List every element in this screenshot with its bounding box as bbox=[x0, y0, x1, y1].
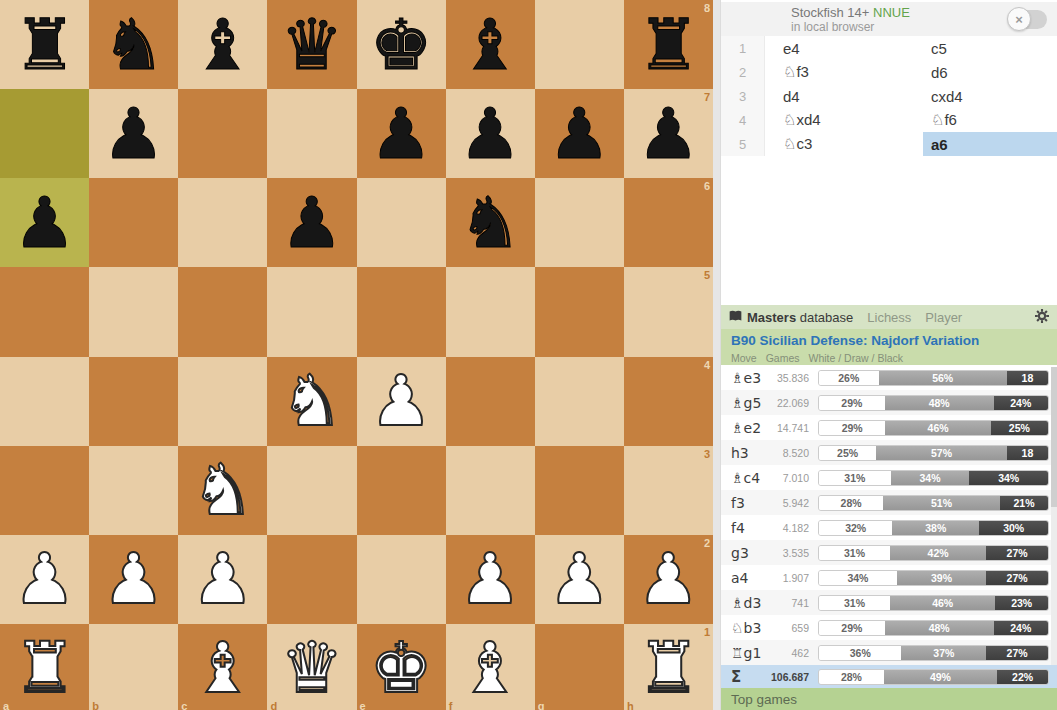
gear-icon bbox=[1035, 309, 1049, 326]
square-a2[interactable]: ♟ bbox=[0, 535, 89, 624]
draw-percent: 34% bbox=[891, 471, 970, 485]
wdb-bar: 31%42%27% bbox=[818, 545, 1049, 561]
white-percent: 34% bbox=[819, 571, 897, 585]
explorer-move-label: ♖g1 bbox=[731, 645, 769, 661]
eval-gauge bbox=[713, 0, 721, 710]
square-f3[interactable] bbox=[446, 446, 535, 535]
white-percent: 28% bbox=[819, 496, 883, 510]
square-h2[interactable]: ♟2 bbox=[624, 535, 713, 624]
square-e6[interactable] bbox=[357, 178, 446, 267]
white-percent: 31% bbox=[819, 471, 891, 485]
draw-percent: 56% bbox=[879, 371, 1007, 385]
square-b3[interactable] bbox=[89, 446, 178, 535]
black-pawn-f7[interactable]: ♟ bbox=[446, 89, 535, 178]
square-d8[interactable]: ♛ bbox=[267, 0, 356, 89]
black-pawn-b7[interactable]: ♟ bbox=[89, 89, 178, 178]
square-d6[interactable]: ♟ bbox=[267, 178, 356, 267]
move-black-4[interactable]: ♘f6 bbox=[923, 108, 1057, 132]
draw-percent: 57% bbox=[876, 446, 1007, 460]
move-number-4: 4 bbox=[721, 108, 765, 132]
move-number-5: 5 bbox=[721, 132, 765, 156]
explorer-games-count: 7.010 bbox=[769, 472, 809, 484]
white-pawn-a2[interactable]: ♟ bbox=[0, 535, 89, 624]
file-label-e: e bbox=[360, 700, 366, 710]
square-h8[interactable]: ♜8 bbox=[624, 0, 713, 89]
explorer-games-count: 106.687 bbox=[769, 671, 809, 683]
draw-percent: 51% bbox=[883, 496, 1000, 510]
engine-nnue-badge: NNUE bbox=[873, 5, 910, 20]
white-queen-d1[interactable]: ♛ bbox=[267, 624, 356, 710]
explorer-move-label: f4 bbox=[731, 520, 769, 536]
white-bishop-c1[interactable]: ♝ bbox=[178, 624, 267, 710]
rank-label-3: 3 bbox=[704, 448, 710, 460]
explorer-games-count: 22.069 bbox=[769, 397, 809, 409]
black-percent: 27% bbox=[986, 571, 1048, 585]
square-b2[interactable]: ♟ bbox=[89, 535, 178, 624]
move-black-1[interactable]: c5 bbox=[923, 36, 1057, 60]
square-e2[interactable] bbox=[357, 535, 446, 624]
rank-label-2: 2 bbox=[704, 537, 710, 549]
explorer-row-a4[interactable]: a41.90734%39%27% bbox=[721, 565, 1057, 590]
square-d3[interactable] bbox=[267, 446, 356, 535]
rank-label-8: 8 bbox=[704, 2, 710, 14]
explorer-row-e3[interactable]: ♗e335.83626%56%18 bbox=[721, 365, 1057, 390]
black-percent: 21% bbox=[1000, 496, 1048, 510]
explorer-row-f3[interactable]: f35.94228%51%21% bbox=[721, 490, 1057, 515]
opening-explorer: Masters database Lichess Player B90 Sici… bbox=[721, 305, 1057, 710]
explorer-move-table: ♗e335.83626%56%18♗g522.06929%48%24%♗e214… bbox=[721, 365, 1057, 688]
square-e3[interactable] bbox=[357, 446, 446, 535]
opening-name: B90 Sicilian Defense: Najdorf Variation bbox=[721, 329, 1057, 351]
black-pawn-d6[interactable]: ♟ bbox=[267, 178, 356, 267]
square-d2[interactable] bbox=[267, 535, 356, 624]
white-pawn-h2[interactable]: ♟ bbox=[624, 535, 713, 624]
square-f2[interactable]: ♟ bbox=[446, 535, 535, 624]
black-percent: 30% bbox=[979, 521, 1048, 535]
white-pawn-c2[interactable]: ♟ bbox=[178, 535, 267, 624]
square-g2[interactable]: ♟ bbox=[535, 535, 624, 624]
square-c1[interactable]: ♝c bbox=[178, 624, 267, 710]
explorer-total-row[interactable]: Σ106.68728%49%22% bbox=[721, 665, 1057, 688]
explorer-move-label: ♗e3 bbox=[731, 370, 769, 386]
square-h7[interactable]: ♟7 bbox=[624, 89, 713, 178]
black-king-e8[interactable]: ♚ bbox=[357, 0, 446, 89]
square-b8[interactable]: ♞ bbox=[89, 0, 178, 89]
square-h4[interactable]: 4 bbox=[624, 357, 713, 446]
white-rook-h1[interactable]: ♜ bbox=[624, 624, 713, 710]
explorer-games-count: 5.942 bbox=[769, 497, 809, 509]
tab-masters-label: Masters bbox=[747, 310, 796, 325]
white-pawn-f2[interactable]: ♟ bbox=[446, 535, 535, 624]
square-b5[interactable] bbox=[89, 267, 178, 356]
black-pawn-g7[interactable]: ♟ bbox=[535, 89, 624, 178]
square-a1[interactable]: ♜a bbox=[0, 624, 89, 710]
black-queen-d8[interactable]: ♛ bbox=[267, 0, 356, 89]
move-white-5[interactable]: ♘c3 bbox=[765, 132, 923, 156]
tab-database-label: database bbox=[800, 310, 854, 325]
explorer-games-count: 3.535 bbox=[769, 547, 809, 559]
wdb-bar: 32%38%30% bbox=[818, 520, 1049, 536]
tab-lichess[interactable]: Lichess bbox=[867, 310, 911, 325]
square-g5[interactable] bbox=[535, 267, 624, 356]
white-percent: 29% bbox=[819, 396, 885, 410]
tab-masters-database[interactable]: Masters database bbox=[729, 310, 853, 325]
explorer-games-count: 741 bbox=[769, 597, 809, 609]
square-a7[interactable] bbox=[0, 89, 89, 178]
file-label-d: d bbox=[270, 700, 277, 710]
wdb-bar: 29%48%24% bbox=[818, 620, 1049, 636]
explorer-move-label: ♗d3 bbox=[731, 595, 769, 611]
black-percent: 18 bbox=[1007, 446, 1048, 460]
square-g7[interactable]: ♟ bbox=[535, 89, 624, 178]
wdb-bar: 36%37%27% bbox=[818, 645, 1049, 661]
explorer-move-label: f3 bbox=[731, 495, 769, 511]
explorer-games-count: 35.836 bbox=[769, 372, 809, 384]
col-wdb: White / Draw / Black bbox=[809, 352, 904, 364]
move-row-2: 2♘f3d6 bbox=[721, 60, 1057, 84]
chess-board: ♜♞♝♛♚♝♜8♟♟♟♟♟7♟♟♞65♞♟4♞3♟♟♟♟♟♟2♜ab♝c♛d♚e… bbox=[0, 0, 713, 710]
black-rook-a8[interactable]: ♜ bbox=[0, 0, 89, 89]
explorer-move-label: ♗e2 bbox=[731, 420, 769, 436]
sidebar-content: Stockfish 14+ NNUE in local browser × 1e… bbox=[721, 0, 1057, 710]
white-pawn-b2[interactable]: ♟ bbox=[89, 535, 178, 624]
square-a5[interactable] bbox=[0, 267, 89, 356]
wdb-bar: 34%39%27% bbox=[818, 570, 1049, 586]
explorer-move-label: ♗g5 bbox=[731, 395, 769, 411]
square-g6[interactable] bbox=[535, 178, 624, 267]
black-pawn-a6[interactable]: ♟ bbox=[0, 178, 89, 267]
move-list: 1e4c52♘f3d63d4cxd44♘xd4♘f65♘c3a6 bbox=[721, 36, 1057, 156]
explorer-row-d3[interactable]: ♗d374131%46%23% bbox=[721, 590, 1057, 615]
engine-name: Stockfish 14+ bbox=[791, 5, 869, 20]
explorer-move-label: ♗c4 bbox=[731, 470, 769, 486]
explorer-games-count: 8.520 bbox=[769, 447, 809, 459]
square-e5[interactable] bbox=[357, 267, 446, 356]
wdb-bar: 28%51%21% bbox=[818, 495, 1049, 511]
rank-label-1: 1 bbox=[704, 626, 710, 638]
draw-percent: 49% bbox=[884, 670, 997, 684]
black-rook-h8[interactable]: ♜ bbox=[624, 0, 713, 89]
move-black-3[interactable]: cxd4 bbox=[923, 84, 1057, 108]
square-h5[interactable]: 5 bbox=[624, 267, 713, 356]
square-e4[interactable]: ♟ bbox=[357, 357, 446, 446]
explorer-games-count: 1.907 bbox=[769, 572, 809, 584]
white-pawn-g2[interactable]: ♟ bbox=[535, 535, 624, 624]
square-f8[interactable]: ♝ bbox=[446, 0, 535, 89]
white-percent: 28% bbox=[819, 670, 884, 684]
move-black-5-current[interactable]: a6 bbox=[923, 132, 1057, 156]
black-percent: 24% bbox=[994, 621, 1048, 635]
square-g3[interactable] bbox=[535, 446, 624, 535]
col-move: Move bbox=[731, 352, 757, 364]
move-white-4[interactable]: ♘xd4 bbox=[765, 108, 923, 132]
analysis-page: ♜♞♝♛♚♝♜8♟♟♟♟♟7♟♟♞65♞♟4♞3♟♟♟♟♟♟2♜ab♝c♛d♚e… bbox=[0, 0, 1057, 710]
white-pawn-e4[interactable]: ♟ bbox=[357, 357, 446, 446]
file-label-a: a bbox=[3, 700, 9, 710]
wdb-bar: 31%34%34% bbox=[818, 470, 1049, 486]
black-pawn-h7[interactable]: ♟ bbox=[624, 89, 713, 178]
explorer-row-b3[interactable]: ♘b365929%48%24% bbox=[721, 615, 1057, 640]
explorer-move-label: g3 bbox=[731, 545, 769, 561]
square-a6[interactable]: ♟ bbox=[0, 178, 89, 267]
explorer-tabs: Masters database Lichess Player bbox=[721, 305, 1057, 329]
square-d4[interactable]: ♞ bbox=[267, 357, 356, 446]
square-e1[interactable]: ♚e bbox=[357, 624, 446, 710]
square-b4[interactable] bbox=[89, 357, 178, 446]
draw-percent: 37% bbox=[901, 646, 986, 660]
scrollbar-thumb[interactable] bbox=[1051, 367, 1057, 507]
explorer-move-label: ♘b3 bbox=[731, 620, 769, 636]
white-percent: 36% bbox=[819, 646, 901, 660]
engine-toggle-knob[interactable]: × bbox=[1007, 7, 1031, 31]
explorer-row-g3[interactable]: g33.53531%42%27% bbox=[721, 540, 1057, 565]
explorer-move-label: h3 bbox=[731, 445, 769, 461]
black-percent: 27% bbox=[986, 646, 1048, 660]
board-grid: ♜♞♝♛♚♝♜8♟♟♟♟♟7♟♟♞65♞♟4♞3♟♟♟♟♟♟2♜ab♝c♛d♚e… bbox=[0, 0, 713, 710]
move-white-1[interactable]: e4 bbox=[765, 36, 923, 60]
wdb-bar: 31%46%23% bbox=[818, 595, 1049, 611]
square-d5[interactable] bbox=[267, 267, 356, 356]
engine-toggle[interactable]: × bbox=[1009, 10, 1047, 29]
black-bishop-c8[interactable]: ♝ bbox=[178, 0, 267, 89]
explorer-scrollbar[interactable] bbox=[1051, 367, 1057, 665]
square-a8[interactable]: ♜ bbox=[0, 0, 89, 89]
explorer-games-count: 462 bbox=[769, 647, 809, 659]
explorer-games-count: 14.741 bbox=[769, 422, 809, 434]
explorer-row-g1[interactable]: ♖g146236%37%27% bbox=[721, 640, 1057, 665]
square-f6[interactable]: ♞ bbox=[446, 178, 535, 267]
white-percent: 31% bbox=[819, 546, 890, 560]
square-c2[interactable]: ♟ bbox=[178, 535, 267, 624]
rank-label-6: 6 bbox=[704, 180, 710, 192]
wdb-bar: 29%48%24% bbox=[818, 395, 1049, 411]
file-label-h: h bbox=[627, 700, 634, 710]
white-knight-c3[interactable]: ♞ bbox=[178, 446, 267, 535]
black-percent: 23% bbox=[995, 596, 1048, 610]
move-number-3: 3 bbox=[721, 84, 765, 108]
white-knight-d4[interactable]: ♞ bbox=[267, 357, 356, 446]
move-white-2[interactable]: ♘f3 bbox=[765, 60, 923, 84]
move-row-3: 3d4cxd4 bbox=[721, 84, 1057, 108]
explorer-row-h3[interactable]: h38.52025%57%18 bbox=[721, 440, 1057, 465]
square-h1[interactable]: ♜1h bbox=[624, 624, 713, 710]
white-rook-a1[interactable]: ♜ bbox=[0, 624, 89, 710]
top-games-header: Top games bbox=[721, 688, 1057, 710]
explorer-row-f4[interactable]: f44.18232%38%30% bbox=[721, 515, 1057, 540]
black-percent: 18 bbox=[1007, 371, 1048, 385]
draw-percent: 48% bbox=[885, 621, 994, 635]
black-percent: 27% bbox=[986, 546, 1048, 560]
book-icon bbox=[729, 310, 742, 325]
wdb-bar: 28%49%22% bbox=[818, 669, 1049, 685]
move-row-5: 5♘c3a6 bbox=[721, 132, 1057, 156]
draw-percent: 42% bbox=[890, 546, 986, 560]
tab-player[interactable]: Player bbox=[925, 310, 962, 325]
explorer-column-headers: Move Games White / Draw / Black bbox=[721, 351, 1057, 365]
black-percent: 25% bbox=[991, 421, 1048, 435]
explorer-row-g5[interactable]: ♗g522.06929%48%24% bbox=[721, 390, 1057, 415]
white-king-e1[interactable]: ♚ bbox=[357, 624, 446, 710]
white-percent: 32% bbox=[819, 521, 892, 535]
wdb-bar: 25%57%18 bbox=[818, 445, 1049, 461]
square-b6[interactable] bbox=[89, 178, 178, 267]
black-knight-f6[interactable]: ♞ bbox=[446, 178, 535, 267]
black-percent: 24% bbox=[994, 396, 1048, 410]
file-label-c: c bbox=[181, 700, 187, 710]
square-c4[interactable] bbox=[178, 357, 267, 446]
black-bishop-f8[interactable]: ♝ bbox=[446, 0, 535, 89]
square-b7[interactable]: ♟ bbox=[89, 89, 178, 178]
wdb-bar: 29%46%25% bbox=[818, 420, 1049, 436]
rank-label-4: 4 bbox=[704, 359, 710, 371]
explorer-games-count: 659 bbox=[769, 622, 809, 634]
square-f5[interactable] bbox=[446, 267, 535, 356]
square-g8[interactable] bbox=[535, 0, 624, 89]
explorer-settings-button[interactable] bbox=[1035, 309, 1049, 326]
square-f1[interactable]: ♝f bbox=[446, 624, 535, 710]
square-g1[interactable]: g bbox=[535, 624, 624, 710]
square-e7[interactable]: ♟ bbox=[357, 89, 446, 178]
black-knight-b8[interactable]: ♞ bbox=[89, 0, 178, 89]
move-black-2[interactable]: d6 bbox=[923, 60, 1057, 84]
move-number-1: 1 bbox=[721, 36, 765, 60]
square-b1[interactable]: b bbox=[89, 624, 178, 710]
white-percent: 29% bbox=[819, 421, 885, 435]
draw-percent: 46% bbox=[885, 421, 990, 435]
square-c3[interactable]: ♞ bbox=[178, 446, 267, 535]
black-percent: 22% bbox=[997, 670, 1048, 684]
sidebar: Stockfish 14+ NNUE in local browser × 1e… bbox=[713, 0, 1057, 710]
move-number-2: 2 bbox=[721, 60, 765, 84]
square-h6[interactable]: 6 bbox=[624, 178, 713, 267]
move-row-4: 4♘xd4♘f6 bbox=[721, 108, 1057, 132]
square-c8[interactable]: ♝ bbox=[178, 0, 267, 89]
draw-percent: 46% bbox=[890, 596, 995, 610]
white-percent: 26% bbox=[819, 371, 879, 385]
explorer-row-e2[interactable]: ♗e214.74129%46%25% bbox=[721, 415, 1057, 440]
square-d1[interactable]: ♛d bbox=[267, 624, 356, 710]
file-label-g: g bbox=[538, 700, 545, 710]
white-percent: 29% bbox=[819, 621, 885, 635]
square-a4[interactable] bbox=[0, 357, 89, 446]
file-label-f: f bbox=[449, 700, 453, 710]
move-white-3[interactable]: d4 bbox=[765, 84, 923, 108]
draw-percent: 39% bbox=[897, 571, 986, 585]
black-pawn-e7[interactable]: ♟ bbox=[357, 89, 446, 178]
rank-label-5: 5 bbox=[704, 269, 710, 281]
square-g4[interactable] bbox=[535, 357, 624, 446]
white-percent: 31% bbox=[819, 596, 890, 610]
file-label-b: b bbox=[92, 700, 99, 710]
draw-percent: 38% bbox=[892, 521, 979, 535]
white-percent: 25% bbox=[819, 446, 876, 460]
explorer-row-c4[interactable]: ♗c47.01031%34%34% bbox=[721, 465, 1057, 490]
square-e8[interactable]: ♚ bbox=[357, 0, 446, 89]
col-games: Games bbox=[766, 352, 800, 364]
move-row-1: 1e4c5 bbox=[721, 36, 1057, 60]
square-f7[interactable]: ♟ bbox=[446, 89, 535, 178]
rank-label-7: 7 bbox=[704, 91, 710, 103]
square-c6[interactable] bbox=[178, 178, 267, 267]
explorer-games-count: 4.182 bbox=[769, 522, 809, 534]
square-c7[interactable] bbox=[178, 89, 267, 178]
square-d7[interactable] bbox=[267, 89, 356, 178]
wdb-bar: 26%56%18 bbox=[818, 370, 1049, 386]
square-h3[interactable]: 3 bbox=[624, 446, 713, 535]
square-f4[interactable] bbox=[446, 357, 535, 446]
white-bishop-f1[interactable]: ♝ bbox=[446, 624, 535, 710]
square-a3[interactable] bbox=[0, 446, 89, 535]
draw-percent: 48% bbox=[885, 396, 994, 410]
explorer-move-label: Σ bbox=[731, 668, 769, 686]
explorer-move-label: a4 bbox=[731, 570, 769, 586]
square-c5[interactable] bbox=[178, 267, 267, 356]
engine-header: Stockfish 14+ NNUE in local browser × bbox=[721, 2, 1057, 36]
black-percent: 34% bbox=[969, 471, 1048, 485]
